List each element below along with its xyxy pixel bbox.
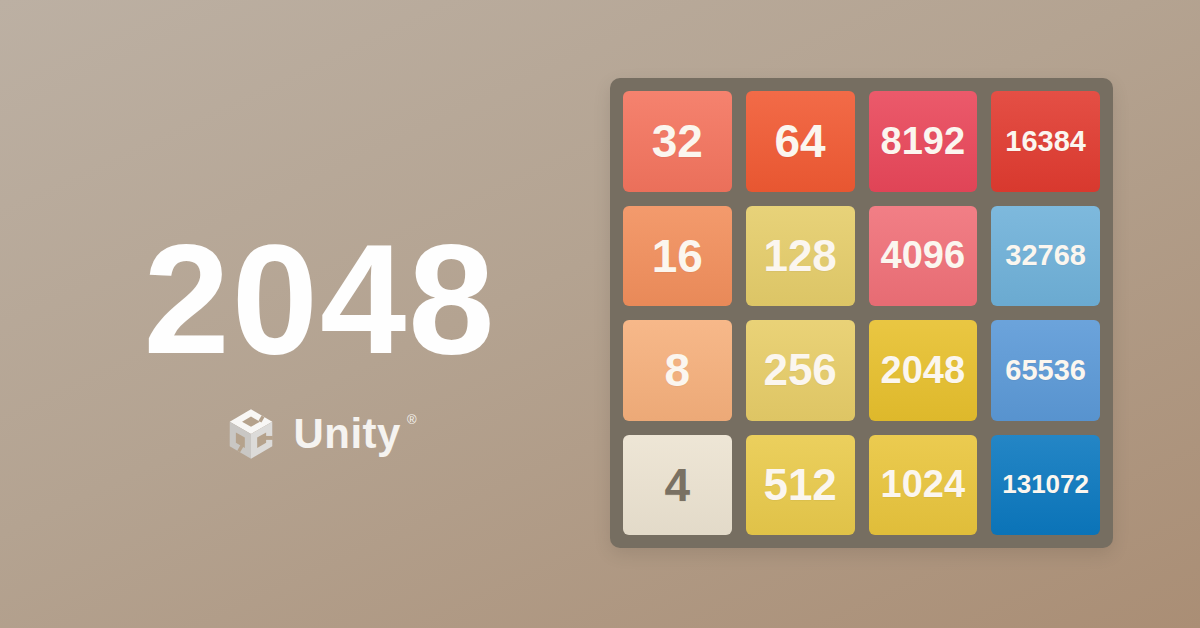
hero-panel: 2048 Unity ® [60, 0, 580, 628]
tile-256: 256 [746, 320, 855, 421]
brand-lockup: Unity ® [60, 406, 580, 462]
tile-64: 64 [746, 91, 855, 192]
tile-32: 32 [623, 91, 732, 192]
brand-name: Unity [293, 410, 401, 458]
background: 2048 Unity ® 32 64 8192 16384 [0, 0, 1200, 628]
tile-2048: 2048 [869, 320, 978, 421]
tile-1024: 1024 [869, 435, 978, 536]
board-grid[interactable]: 32 64 8192 16384 16 128 4096 32768 8 256… [610, 78, 1113, 548]
tile-131072: 131072 [991, 435, 1100, 536]
tile-4096: 4096 [869, 206, 978, 307]
tile-512: 512 [746, 435, 855, 536]
tile-8192: 8192 [869, 91, 978, 192]
tile-16384: 16384 [991, 91, 1100, 192]
unity-logo-icon [223, 406, 279, 462]
tile-16: 16 [623, 206, 732, 307]
registered-trademark-icon: ® [407, 412, 417, 427]
tile-32768: 32768 [991, 206, 1100, 307]
tile-8: 8 [623, 320, 732, 421]
tile-65536: 65536 [991, 320, 1100, 421]
tile-128: 128 [746, 206, 855, 307]
game-title: 2048 [60, 222, 580, 377]
tile-4: 4 [623, 435, 732, 536]
